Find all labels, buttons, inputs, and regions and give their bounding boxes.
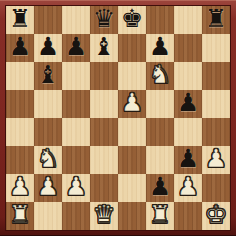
square-b1[interactable]	[34, 202, 62, 230]
square-b4[interactable]	[34, 118, 62, 146]
square-a4[interactable]	[6, 118, 34, 146]
white-knight: ♞	[149, 61, 171, 89]
square-g6[interactable]	[174, 62, 202, 90]
square-h5[interactable]	[202, 90, 230, 118]
square-c4[interactable]	[62, 118, 90, 146]
black-pawn: ♟	[177, 89, 199, 117]
square-h2[interactable]	[202, 174, 230, 202]
square-g8[interactable]	[174, 6, 202, 34]
square-c2[interactable]: ♟	[62, 174, 90, 202]
square-f1[interactable]: ♜	[146, 202, 174, 230]
square-h1[interactable]: ♚	[202, 202, 230, 230]
square-c5[interactable]	[62, 90, 90, 118]
square-d3[interactable]	[90, 146, 118, 174]
black-bishop: ♝	[93, 33, 115, 61]
square-e5[interactable]: ♟	[118, 90, 146, 118]
square-f2[interactable]: ♟	[146, 174, 174, 202]
square-a7[interactable]: ♟	[6, 34, 34, 62]
square-c7[interactable]: ♟	[62, 34, 90, 62]
square-a6[interactable]	[6, 62, 34, 90]
black-pawn: ♟	[37, 33, 59, 61]
square-b6[interactable]: ♝	[34, 62, 62, 90]
square-g3[interactable]: ♟	[174, 146, 202, 174]
square-f7[interactable]: ♟	[146, 34, 174, 62]
black-queen: ♛	[93, 5, 115, 33]
black-pawn: ♟	[149, 173, 171, 201]
black-bishop: ♝	[37, 61, 59, 89]
square-d7[interactable]: ♝	[90, 34, 118, 62]
square-e1[interactable]	[118, 202, 146, 230]
square-a3[interactable]	[6, 146, 34, 174]
square-f5[interactable]	[146, 90, 174, 118]
white-pawn: ♟	[65, 173, 87, 201]
square-f3[interactable]	[146, 146, 174, 174]
white-rook: ♜	[149, 201, 171, 229]
white-knight: ♞	[37, 145, 59, 173]
square-b7[interactable]: ♟	[34, 34, 62, 62]
square-h7[interactable]	[202, 34, 230, 62]
square-d6[interactable]	[90, 62, 118, 90]
white-queen: ♛	[93, 201, 115, 229]
black-rook: ♜	[9, 5, 31, 33]
square-a1[interactable]: ♜	[6, 202, 34, 230]
square-h3[interactable]: ♟	[202, 146, 230, 174]
white-pawn: ♟	[37, 173, 59, 201]
square-a5[interactable]	[6, 90, 34, 118]
square-f8[interactable]	[146, 6, 174, 34]
square-g5[interactable]: ♟	[174, 90, 202, 118]
square-g1[interactable]	[174, 202, 202, 230]
white-king: ♚	[205, 201, 227, 229]
white-pawn: ♟	[205, 145, 227, 173]
square-g2[interactable]: ♟	[174, 174, 202, 202]
square-h6[interactable]	[202, 62, 230, 90]
black-pawn: ♟	[149, 33, 171, 61]
square-c8[interactable]	[62, 6, 90, 34]
square-a8[interactable]: ♜	[6, 6, 34, 34]
chess-board-frame: ♜♛♚♜♟♟♟♝♟♝♞♟♟♞♟♟♟♟♟♟♟♜♛♜♚	[0, 0, 236, 236]
square-b3[interactable]: ♞	[34, 146, 62, 174]
black-pawn: ♟	[65, 33, 87, 61]
square-d1[interactable]: ♛	[90, 202, 118, 230]
black-pawn: ♟	[9, 33, 31, 61]
chess-board: ♜♛♚♜♟♟♟♝♟♝♞♟♟♞♟♟♟♟♟♟♟♜♛♜♚	[6, 6, 230, 230]
square-c3[interactable]	[62, 146, 90, 174]
square-g7[interactable]	[174, 34, 202, 62]
square-c1[interactable]	[62, 202, 90, 230]
black-pawn: ♟	[177, 145, 199, 173]
white-pawn: ♟	[9, 173, 31, 201]
square-h8[interactable]: ♜	[202, 6, 230, 34]
square-e2[interactable]	[118, 174, 146, 202]
square-d2[interactable]	[90, 174, 118, 202]
square-d4[interactable]	[90, 118, 118, 146]
black-rook: ♜	[205, 5, 227, 33]
square-e7[interactable]	[118, 34, 146, 62]
square-d8[interactable]: ♛	[90, 6, 118, 34]
square-e6[interactable]	[118, 62, 146, 90]
square-c6[interactable]	[62, 62, 90, 90]
square-d5[interactable]	[90, 90, 118, 118]
square-e8[interactable]: ♚	[118, 6, 146, 34]
square-b2[interactable]: ♟	[34, 174, 62, 202]
square-b5[interactable]	[34, 90, 62, 118]
square-f6[interactable]: ♞	[146, 62, 174, 90]
white-pawn: ♟	[121, 89, 143, 117]
black-king: ♚	[121, 5, 143, 33]
square-h4[interactable]	[202, 118, 230, 146]
square-b8[interactable]	[34, 6, 62, 34]
square-f4[interactable]	[146, 118, 174, 146]
square-a2[interactable]: ♟	[6, 174, 34, 202]
square-e3[interactable]	[118, 146, 146, 174]
white-rook: ♜	[9, 201, 31, 229]
square-g4[interactable]	[174, 118, 202, 146]
white-pawn: ♟	[177, 173, 199, 201]
square-e4[interactable]	[118, 118, 146, 146]
